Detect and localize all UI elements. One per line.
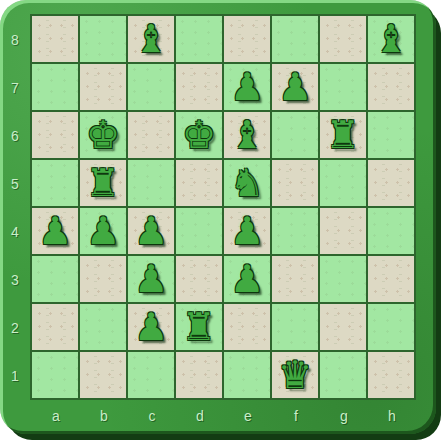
rank-label-3: 3 [0,256,30,304]
square-h8[interactable]: ♝ [368,16,414,62]
square-h1[interactable] [368,352,414,398]
square-a8[interactable] [32,16,78,62]
square-a7[interactable] [32,64,78,110]
piece-knight-e5[interactable]: ♞ [224,160,270,206]
rank-label-2: 2 [0,304,30,352]
square-c1[interactable] [128,352,174,398]
square-e8[interactable] [224,16,270,62]
square-b3[interactable] [80,256,126,302]
square-f6[interactable] [272,112,318,158]
piece-bishop-h8[interactable]: ♝ [368,16,414,62]
file-label-g: g [320,403,368,429]
piece-rook-d2[interactable]: ♜ [176,304,222,350]
square-g2[interactable] [320,304,366,350]
square-a2[interactable] [32,304,78,350]
file-label-b: b [80,403,128,429]
square-d3[interactable] [176,256,222,302]
square-g6[interactable]: ♜ [320,112,366,158]
piece-queen-f1[interactable]: ♛ [272,352,318,398]
square-h6[interactable] [368,112,414,158]
square-f4[interactable] [272,208,318,254]
piece-bishop-c8[interactable]: ♝ [128,16,174,62]
file-label-h: h [368,403,416,429]
square-f5[interactable] [272,160,318,206]
square-b4[interactable]: ♟ [80,208,126,254]
square-e4[interactable]: ♟ [224,208,270,254]
square-f3[interactable] [272,256,318,302]
piece-pawn-c4[interactable]: ♟ [128,208,174,254]
piece-pawn-c2[interactable]: ♟ [128,304,174,350]
square-h2[interactable] [368,304,414,350]
square-f7[interactable]: ♟ [272,64,318,110]
square-e2[interactable] [224,304,270,350]
piece-pawn-c3[interactable]: ♟ [128,256,174,302]
piece-king-d6[interactable]: ♚ [176,112,222,158]
square-c2[interactable]: ♟ [128,304,174,350]
square-h5[interactable] [368,160,414,206]
square-b1[interactable] [80,352,126,398]
square-d2[interactable]: ♜ [176,304,222,350]
piece-rook-g6[interactable]: ♜ [320,112,366,158]
square-c4[interactable]: ♟ [128,208,174,254]
square-d4[interactable] [176,208,222,254]
square-e7[interactable]: ♟ [224,64,270,110]
rank-label-1: 1 [0,352,30,400]
piece-rook-b5[interactable]: ♜ [80,160,126,206]
square-a1[interactable] [32,352,78,398]
square-f2[interactable] [272,304,318,350]
square-d5[interactable] [176,160,222,206]
square-e1[interactable] [224,352,270,398]
square-c3[interactable]: ♟ [128,256,174,302]
piece-pawn-e4[interactable]: ♟ [224,208,270,254]
square-f8[interactable] [272,16,318,62]
square-c5[interactable] [128,160,174,206]
square-c6[interactable] [128,112,174,158]
square-g5[interactable] [320,160,366,206]
square-c7[interactable] [128,64,174,110]
square-d1[interactable] [176,352,222,398]
file-label-f: f [272,403,320,429]
square-g7[interactable] [320,64,366,110]
square-c8[interactable]: ♝ [128,16,174,62]
piece-pawn-f7[interactable]: ♟ [272,64,318,110]
chess-board: ♝♝♟♟♚♚♝♜♜♞♟♟♟♟♟♟♟♜♛ [30,14,416,400]
square-a6[interactable] [32,112,78,158]
square-b2[interactable] [80,304,126,350]
rank-labels: 87654321 [0,16,30,400]
square-f1[interactable]: ♛ [272,352,318,398]
rank-label-6: 6 [0,112,30,160]
square-g4[interactable] [320,208,366,254]
piece-pawn-e7[interactable]: ♟ [224,64,270,110]
rank-label-4: 4 [0,208,30,256]
square-g1[interactable] [320,352,366,398]
square-b7[interactable] [80,64,126,110]
piece-bishop-e6[interactable]: ♝ [224,112,270,158]
file-label-a: a [32,403,80,429]
square-g3[interactable] [320,256,366,302]
square-e5[interactable]: ♞ [224,160,270,206]
square-g8[interactable] [320,16,366,62]
file-label-e: e [224,403,272,429]
square-a4[interactable]: ♟ [32,208,78,254]
square-e6[interactable]: ♝ [224,112,270,158]
square-h3[interactable] [368,256,414,302]
square-b8[interactable] [80,16,126,62]
square-h7[interactable] [368,64,414,110]
piece-pawn-b4[interactable]: ♟ [80,208,126,254]
square-b6[interactable]: ♚ [80,112,126,158]
piece-king-b6[interactable]: ♚ [80,112,126,158]
piece-pawn-a4[interactable]: ♟ [32,208,78,254]
square-a5[interactable] [32,160,78,206]
file-labels: abcdefgh [32,403,416,429]
square-d6[interactable]: ♚ [176,112,222,158]
file-label-c: c [128,403,176,429]
square-e3[interactable]: ♟ [224,256,270,302]
rank-label-7: 7 [0,64,30,112]
rank-label-5: 5 [0,160,30,208]
square-a3[interactable] [32,256,78,302]
rank-label-8: 8 [0,16,30,64]
square-h4[interactable] [368,208,414,254]
piece-pawn-e3[interactable]: ♟ [224,256,270,302]
square-d7[interactable] [176,64,222,110]
file-label-d: d [176,403,224,429]
square-d8[interactable] [176,16,222,62]
square-b5[interactable]: ♜ [80,160,126,206]
